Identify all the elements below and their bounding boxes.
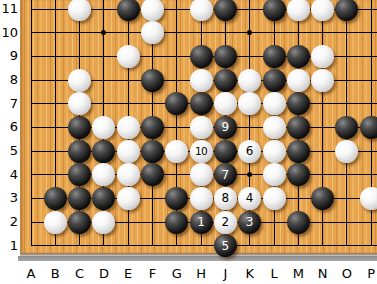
stone-H8[interactable] [190,69,213,92]
file-label-K: K [238,266,262,281]
stone-E4[interactable] [117,163,140,186]
file-label-D: D [92,266,116,281]
stone-L3[interactable] [263,187,286,210]
stone-C5[interactable] [68,140,91,163]
rank-label-6: 6 [0,120,18,134]
stone-J6[interactable]: 9 [214,116,237,139]
stone-P3[interactable] [360,187,377,210]
move-number-label: 7 [222,169,230,181]
go-diagram: 1110987654321 ABCDEFGHJKLMNOP 9713510684… [0,0,377,284]
stone-C3[interactable] [68,187,91,210]
stone-F6[interactable] [141,116,164,139]
stone-L8[interactable] [263,69,286,92]
move-number-label: 6 [246,145,254,157]
stone-C8[interactable] [68,69,91,92]
stone-H9[interactable] [190,45,213,68]
stone-H4[interactable] [190,163,213,186]
stone-J5[interactable] [214,140,237,163]
file-label-L: L [262,266,286,281]
move-number-label: 3 [246,216,254,228]
stone-D2[interactable] [92,211,115,234]
stone-C2[interactable] [68,211,91,234]
stone-E11[interactable] [117,0,140,21]
rank-label-2: 2 [0,215,18,229]
rank-label-9: 9 [0,49,18,63]
stone-N11[interactable] [311,0,334,21]
stone-H5[interactable]: 10 [190,140,213,163]
move-number-label: 2 [222,216,230,228]
stone-L4[interactable] [263,163,286,186]
stone-L6[interactable] [263,116,286,139]
stone-M5[interactable] [287,140,310,163]
stone-E3[interactable] [117,187,140,210]
stone-J11[interactable] [214,0,237,21]
rank-label-1: 1 [0,239,18,253]
rank-label-3: 3 [0,191,18,205]
file-label-P: P [359,266,377,281]
stone-E5[interactable] [117,140,140,163]
stone-F8[interactable] [141,69,164,92]
stone-H7[interactable] [190,92,213,115]
stone-E6[interactable] [117,116,140,139]
stone-M2[interactable] [287,211,310,234]
file-label-G: G [165,266,189,281]
move-number-label: 8 [222,192,230,204]
stone-L9[interactable] [263,45,286,68]
stone-M6[interactable] [287,116,310,139]
file-label-F: F [141,266,165,281]
file-label-C: C [68,266,92,281]
stone-J1[interactable]: 5 [214,234,237,257]
grid-line-row-1 [31,245,377,246]
stone-H11[interactable] [190,0,213,21]
stone-N9[interactable] [311,45,334,68]
stone-K5[interactable]: 6 [238,140,261,163]
stone-J2[interactable]: 2 [214,211,237,234]
grid-line-col-A [31,0,32,246]
file-label-O: O [335,266,359,281]
rank-label-5: 5 [0,144,18,158]
grid-line-row-10 [31,32,377,33]
stone-K3[interactable]: 4 [238,187,261,210]
stone-K8[interactable] [238,69,261,92]
stone-M11[interactable] [287,0,310,21]
stone-L7[interactable] [263,92,286,115]
rank-label-8: 8 [0,73,18,87]
stone-N3[interactable] [311,187,334,210]
move-number-label: 10 [195,146,207,157]
file-label-E: E [116,266,140,281]
file-label-J: J [213,266,237,281]
stone-J4[interactable]: 7 [214,163,237,186]
file-label-M: M [286,266,310,281]
stone-M8[interactable] [287,69,310,92]
stone-L11[interactable] [263,0,286,21]
stone-P6[interactable] [360,116,377,139]
rank-label-10: 10 [0,26,18,40]
stone-N8[interactable] [311,69,334,92]
stone-G5[interactable] [165,140,188,163]
stone-C6[interactable] [68,116,91,139]
stone-H2[interactable]: 1 [190,211,213,234]
stone-O5[interactable] [335,140,358,163]
stone-B3[interactable] [44,187,67,210]
stone-J3[interactable]: 8 [214,187,237,210]
stone-M7[interactable] [287,92,310,115]
stone-L5[interactable] [263,140,286,163]
rank-label-7: 7 [0,97,18,111]
stone-J9[interactable] [214,45,237,68]
stone-F11[interactable] [141,0,164,21]
stone-G3[interactable] [165,187,188,210]
stone-D5[interactable] [92,140,115,163]
stone-F5[interactable] [141,140,164,163]
stone-E9[interactable] [117,45,140,68]
file-label-B: B [43,266,67,281]
stone-M9[interactable] [287,45,310,68]
file-label-H: H [189,266,213,281]
stone-F10[interactable] [141,21,164,44]
move-number-label: 4 [246,192,254,204]
stone-M4[interactable] [287,163,310,186]
move-number-label: 5 [222,240,230,252]
stone-K2[interactable]: 3 [238,211,261,234]
move-number-label: 9 [222,121,230,133]
rank-label-4: 4 [0,168,18,182]
file-label-A: A [19,266,43,281]
file-label-N: N [311,266,335,281]
rank-label-11: 11 [0,2,18,16]
stone-J8[interactable] [214,69,237,92]
stone-H3[interactable] [190,187,213,210]
move-number-label: 1 [197,216,205,228]
stone-J7[interactable] [214,92,237,115]
stone-B2[interactable] [44,211,67,234]
stone-G2[interactable] [165,211,188,234]
stone-C11[interactable] [68,0,91,21]
table-strip [18,256,377,261]
stone-H6[interactable] [190,116,213,139]
